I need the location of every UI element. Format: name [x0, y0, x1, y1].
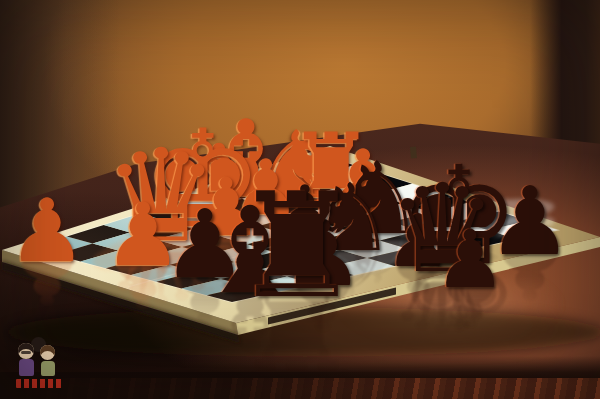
sticker-glasses: [21, 351, 31, 354]
pieces-layer: ♝♝♟♟♝♝♞♞♜♜♟♟♟♟♚♚♟♟♞♞♟♟♛♛♞♞♟♟♚♚♟♟♟♟♟♟♛♛♟♟…: [0, 0, 600, 399]
sticker-caption-illegible: [16, 379, 62, 388]
sticker-figure-body: [41, 361, 55, 376]
sticker-figure-body: [19, 359, 34, 376]
chess-photo-scene: ♝♝♟♟♝♝♞♞♜♜♟♟♟♟♚♚♟♟♞♞♟♟♛♛♞♞♟♟♚♚♟♟♟♟♟♟♛♛♟♟…: [0, 0, 600, 399]
dark-rook: ♜: [225, 174, 370, 319]
dark-pawn: ♟: [430, 220, 510, 300]
sticker-figure-head: [40, 345, 55, 360]
watermark-sticker: [16, 336, 62, 390]
orange-pawn: ♟: [3, 188, 90, 275]
